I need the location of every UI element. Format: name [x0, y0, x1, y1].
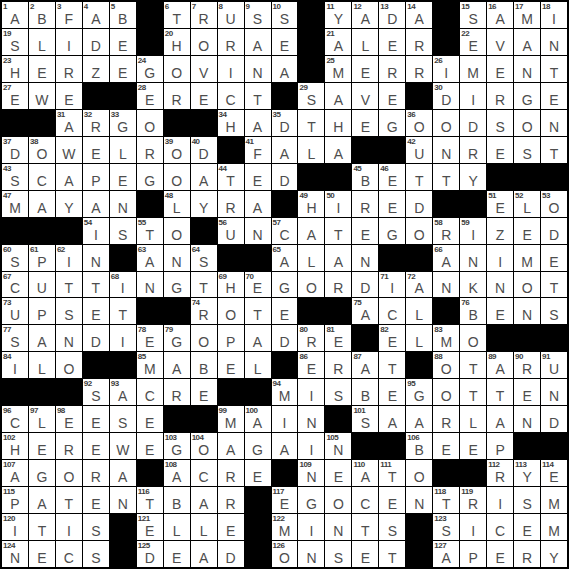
cell-r20c19[interactable]: C	[487, 514, 513, 540]
cell-r3c10[interactable]: N	[245, 56, 271, 82]
cell-r12c11[interactable]: E	[272, 298, 298, 324]
cell-r14c21[interactable]: 91U	[541, 352, 567, 378]
cell-r4c15[interactable]: E	[379, 83, 405, 109]
cell-r17c1[interactable]: 102H	[2, 433, 28, 459]
cell-r12c14[interactable]: 75A	[352, 298, 378, 324]
cell-r2c4[interactable]: D	[83, 29, 109, 55]
cell-r3c8[interactable]: V	[191, 56, 217, 82]
cell-r19c14[interactable]: C	[352, 487, 378, 513]
cell-r18c2[interactable]: G	[29, 460, 55, 486]
cell-r4c7[interactable]: R	[164, 83, 190, 109]
cell-r13c10[interactable]: A	[245, 325, 271, 351]
cell-r8c7[interactable]: 48L	[164, 191, 190, 217]
cell-r10c4[interactable]: N	[83, 245, 109, 271]
cell-r19c19[interactable]: I	[487, 487, 513, 513]
cell-r6c4[interactable]: E	[83, 137, 109, 163]
cell-r4c14[interactable]: V	[352, 83, 378, 109]
cell-r19c21[interactable]: M	[541, 487, 567, 513]
cell-r4c12[interactable]: 29S	[298, 83, 324, 109]
cell-r21c7[interactable]: E	[164, 541, 190, 567]
cell-r9c9[interactable]: 56U	[218, 218, 244, 244]
cell-r11c6[interactable]: N	[137, 272, 163, 298]
cell-r1c15[interactable]: 13D	[379, 2, 405, 28]
cell-r1c5[interactable]: 5B	[110, 2, 136, 28]
cell-r18c9[interactable]: R	[218, 460, 244, 486]
cell-r3c7[interactable]: O	[164, 56, 190, 82]
cell-r2c1[interactable]: 19S	[2, 29, 28, 55]
cell-r21c9[interactable]: D	[218, 541, 244, 567]
cell-r1c18[interactable]: 15S	[460, 2, 486, 28]
cell-r8c14[interactable]: R	[352, 191, 378, 217]
cell-r7c6[interactable]: G	[137, 164, 163, 190]
cell-r16c16[interactable]: A	[406, 406, 432, 432]
cell-r5c21[interactable]: N	[541, 110, 567, 136]
cell-r10c7[interactable]: N	[164, 245, 190, 271]
cell-r7c15[interactable]: 46E	[379, 164, 405, 190]
cell-r17c12[interactable]: I	[298, 433, 324, 459]
cell-r5c18[interactable]: D	[460, 110, 486, 136]
cell-r11c5[interactable]: 68I	[110, 272, 136, 298]
cell-r12c1[interactable]: 73U	[2, 298, 28, 324]
cell-r11c4[interactable]: T	[83, 272, 109, 298]
cell-r13c15[interactable]: 82E	[379, 325, 405, 351]
cell-r19c12[interactable]: G	[298, 487, 324, 513]
cell-r10c3[interactable]: 62I	[56, 245, 82, 271]
cell-r7c18[interactable]: Y	[460, 164, 486, 190]
cell-r19c15[interactable]: E	[379, 487, 405, 513]
cell-r17c18[interactable]: E	[460, 433, 486, 459]
cell-r7c7[interactable]: O	[164, 164, 190, 190]
cell-r9c13[interactable]: T	[325, 218, 351, 244]
cell-r19c2[interactable]: A	[29, 487, 55, 513]
cell-r10c8[interactable]: 64S	[191, 245, 217, 271]
cell-r20c18[interactable]: I	[460, 514, 486, 540]
cell-r2c13[interactable]: 21A	[325, 29, 351, 55]
cell-r18c15[interactable]: 111T	[379, 460, 405, 486]
cell-r19c9[interactable]: R	[218, 487, 244, 513]
cell-r9c17[interactable]: 58R	[433, 218, 459, 244]
cell-r7c11[interactable]: D	[272, 164, 298, 190]
cell-r14c9[interactable]: E	[218, 352, 244, 378]
cell-r5c13[interactable]: H	[325, 110, 351, 136]
cell-r14c18[interactable]: T	[460, 352, 486, 378]
cell-r5c11[interactable]: 35D	[272, 110, 298, 136]
cell-r11c16[interactable]: 72A	[406, 272, 432, 298]
cell-r3c9[interactable]: I	[218, 56, 244, 82]
cell-r15c19[interactable]: T	[487, 379, 513, 405]
cell-r14c8[interactable]: B	[191, 352, 217, 378]
cell-r2c8[interactable]: O	[191, 29, 217, 55]
cell-r13c5[interactable]: I	[110, 325, 136, 351]
cell-r6c19[interactable]: E	[487, 137, 513, 163]
cell-r2c2[interactable]: L	[29, 29, 55, 55]
cell-r6c20[interactable]: S	[514, 137, 540, 163]
cell-r13c2[interactable]: A	[29, 325, 55, 351]
cell-r16c1[interactable]: 96C	[2, 406, 28, 432]
cell-r19c20[interactable]: S	[514, 487, 540, 513]
cell-r10c19[interactable]: I	[487, 245, 513, 271]
cell-r21c1[interactable]: 124N	[2, 541, 28, 567]
cell-r2c11[interactable]: E	[272, 29, 298, 55]
cell-r6c7[interactable]: 39O	[164, 137, 190, 163]
cell-r18c21[interactable]: 114E	[541, 460, 567, 486]
cell-r15c18[interactable]: T	[460, 379, 486, 405]
cell-r1c21[interactable]: 18I	[541, 2, 567, 28]
cell-r17c11[interactable]: A	[272, 433, 298, 459]
cell-r16c9[interactable]: 99M	[218, 406, 244, 432]
cell-r12c19[interactable]: E	[487, 298, 513, 324]
cell-r21c6[interactable]: 125D	[137, 541, 163, 567]
cell-r9c16[interactable]: O	[406, 218, 432, 244]
cell-r16c15[interactable]: A	[379, 406, 405, 432]
cell-r3c6[interactable]: 24G	[137, 56, 163, 82]
cell-r13c1[interactable]: 77S	[2, 325, 28, 351]
cell-r8c21[interactable]: 53O	[541, 191, 567, 217]
cell-r15c5[interactable]: 93A	[110, 379, 136, 405]
cell-r13c9[interactable]: P	[218, 325, 244, 351]
cell-r6c11[interactable]: A	[272, 137, 298, 163]
cell-r21c12[interactable]: N	[298, 541, 324, 567]
cell-r16c10[interactable]: 100A	[245, 406, 271, 432]
cell-r13c12[interactable]: 80R	[298, 325, 324, 351]
cell-r21c19[interactable]: E	[487, 541, 513, 567]
cell-r20c13[interactable]: N	[325, 514, 351, 540]
cell-r5c5[interactable]: 33G	[110, 110, 136, 136]
cell-r10c1[interactable]: 60S	[2, 245, 28, 271]
cell-r16c3[interactable]: 98E	[56, 406, 82, 432]
cell-r3c2[interactable]: E	[29, 56, 55, 82]
cell-r20c6[interactable]: 121E	[137, 514, 163, 540]
cell-r14c20[interactable]: 90R	[514, 352, 540, 378]
cell-r13c17[interactable]: 83M	[433, 325, 459, 351]
cell-r18c1[interactable]: 107A	[2, 460, 28, 486]
cell-r20c20[interactable]: E	[514, 514, 540, 540]
cell-r13c13[interactable]: 81E	[325, 325, 351, 351]
cell-r19c1[interactable]: 115P	[2, 487, 28, 513]
cell-r7c5[interactable]: E	[110, 164, 136, 190]
cell-r19c5[interactable]: N	[110, 487, 136, 513]
cell-r12c2[interactable]: P	[29, 298, 55, 324]
cell-r4c21[interactable]: E	[541, 83, 567, 109]
cell-r11c9[interactable]: 69H	[218, 272, 244, 298]
cell-r14c14[interactable]: 87A	[352, 352, 378, 378]
cell-r18c19[interactable]: 112R	[487, 460, 513, 486]
cell-r2c14[interactable]: L	[352, 29, 378, 55]
cell-r3c20[interactable]: N	[514, 56, 540, 82]
cell-r1c10[interactable]: 9S	[245, 2, 271, 28]
cell-r2c9[interactable]: R	[218, 29, 244, 55]
cell-r2c18[interactable]: 22E	[460, 29, 486, 55]
cell-r12c3[interactable]: S	[56, 298, 82, 324]
cell-r2c15[interactable]: E	[379, 29, 405, 55]
cell-r17c3[interactable]: R	[56, 433, 82, 459]
cell-r21c17[interactable]: 127A	[433, 541, 459, 567]
cell-r2c10[interactable]: A	[245, 29, 271, 55]
cell-r17c6[interactable]: E	[137, 433, 163, 459]
cell-r8c15[interactable]: E	[379, 191, 405, 217]
cell-r13c4[interactable]: D	[83, 325, 109, 351]
cell-r5c16[interactable]: 36O	[406, 110, 432, 136]
cell-r6c10[interactable]: 41F	[245, 137, 271, 163]
cell-r17c16[interactable]: 106B	[406, 433, 432, 459]
cell-r14c17[interactable]: 88O	[433, 352, 459, 378]
cell-r16c18[interactable]: L	[460, 406, 486, 432]
cell-r3c21[interactable]: T	[541, 56, 567, 82]
cell-r4c8[interactable]: E	[191, 83, 217, 109]
cell-r2c3[interactable]: I	[56, 29, 82, 55]
cell-r19c16[interactable]: N	[406, 487, 432, 513]
cell-r5c9[interactable]: 34H	[218, 110, 244, 136]
cell-r21c20[interactable]: R	[514, 541, 540, 567]
cell-r18c3[interactable]: O	[56, 460, 82, 486]
cell-r21c13[interactable]: S	[325, 541, 351, 567]
cell-r3c14[interactable]: E	[352, 56, 378, 82]
cell-r1c11[interactable]: 10S	[272, 2, 298, 28]
cell-r4c3[interactable]: E	[56, 83, 82, 109]
cell-r8c20[interactable]: 52L	[514, 191, 540, 217]
cell-r3c13[interactable]: 25M	[325, 56, 351, 82]
cell-r11c13[interactable]: R	[325, 272, 351, 298]
cell-r15c20[interactable]: E	[514, 379, 540, 405]
cell-r21c15[interactable]: T	[379, 541, 405, 567]
cell-r15c21[interactable]: N	[541, 379, 567, 405]
cell-r20c7[interactable]: L	[164, 514, 190, 540]
cell-r7c4[interactable]: P	[83, 164, 109, 190]
cell-r8c9[interactable]: R	[218, 191, 244, 217]
cell-r12c4[interactable]: E	[83, 298, 109, 324]
cell-r5c4[interactable]: 32R	[83, 110, 109, 136]
cell-r9c5[interactable]: S	[110, 218, 136, 244]
cell-r9c7[interactable]: O	[164, 218, 190, 244]
cell-r8c19[interactable]: 51E	[487, 191, 513, 217]
cell-r21c14[interactable]: E	[352, 541, 378, 567]
cell-r4c2[interactable]: W	[29, 83, 55, 109]
cell-r4c6[interactable]: 28E	[137, 83, 163, 109]
cell-r15c15[interactable]: E	[379, 379, 405, 405]
cell-r6c8[interactable]: 40D	[191, 137, 217, 163]
cell-r9c15[interactable]: G	[379, 218, 405, 244]
cell-r11c1[interactable]: 67C	[2, 272, 28, 298]
cell-r7c1[interactable]: 43S	[2, 164, 28, 190]
cell-r4c19[interactable]: R	[487, 83, 513, 109]
cell-r2c16[interactable]: R	[406, 29, 432, 55]
cell-r13c8[interactable]: O	[191, 325, 217, 351]
cell-r16c20[interactable]: N	[514, 406, 540, 432]
cell-r20c3[interactable]: I	[56, 514, 82, 540]
cell-r6c17[interactable]: N	[433, 137, 459, 163]
cell-r20c15[interactable]: S	[379, 514, 405, 540]
cell-r15c11[interactable]: 94M	[272, 379, 298, 405]
cell-r8c10[interactable]: A	[245, 191, 271, 217]
cell-r14c2[interactable]: L	[29, 352, 55, 378]
cell-r9c19[interactable]: Z	[487, 218, 513, 244]
cell-r13c11[interactable]: D	[272, 325, 298, 351]
cell-r9c6[interactable]: 55T	[137, 218, 163, 244]
cell-r15c14[interactable]: B	[352, 379, 378, 405]
cell-r4c13[interactable]: A	[325, 83, 351, 109]
cell-r11c20[interactable]: O	[514, 272, 540, 298]
cell-r11c11[interactable]: G	[272, 272, 298, 298]
cell-r3c4[interactable]: Z	[83, 56, 109, 82]
cell-r10c17[interactable]: 66A	[433, 245, 459, 271]
cell-r10c21[interactable]: E	[541, 245, 567, 271]
cell-r20c2[interactable]: T	[29, 514, 55, 540]
cell-r16c5[interactable]: S	[110, 406, 136, 432]
cell-r19c7[interactable]: B	[164, 487, 190, 513]
cell-r19c17[interactable]: 118T	[433, 487, 459, 513]
cell-r6c1[interactable]: 37D	[2, 137, 28, 163]
cell-r1c8[interactable]: 7R	[191, 2, 217, 28]
cell-r13c3[interactable]: N	[56, 325, 82, 351]
cell-r20c17[interactable]: 123S	[433, 514, 459, 540]
cell-r6c5[interactable]: L	[110, 137, 136, 163]
cell-r21c18[interactable]: P	[460, 541, 486, 567]
cell-r11c7[interactable]: G	[164, 272, 190, 298]
cell-r9c12[interactable]: A	[298, 218, 324, 244]
cell-r7c14[interactable]: 45B	[352, 164, 378, 190]
cell-r3c1[interactable]: 23H	[2, 56, 28, 82]
cell-r10c6[interactable]: 63A	[137, 245, 163, 271]
cell-r21c3[interactable]: C	[56, 541, 82, 567]
cell-r1c2[interactable]: 2B	[29, 2, 55, 28]
cell-r7c2[interactable]: C	[29, 164, 55, 190]
cell-r6c13[interactable]: A	[325, 137, 351, 163]
cell-r2c20[interactable]: A	[514, 29, 540, 55]
cell-r12c20[interactable]: N	[514, 298, 540, 324]
cell-r18c10[interactable]: E	[245, 460, 271, 486]
cell-r19c6[interactable]: 116T	[137, 487, 163, 513]
cell-r1c7[interactable]: 6T	[164, 2, 190, 28]
cell-r11c15[interactable]: 71I	[379, 272, 405, 298]
cell-r9c18[interactable]: 59I	[460, 218, 486, 244]
cell-r16c4[interactable]: E	[83, 406, 109, 432]
cell-r16c2[interactable]: 97L	[29, 406, 55, 432]
cell-r20c21[interactable]: M	[541, 514, 567, 540]
cell-r18c13[interactable]: E	[325, 460, 351, 486]
cell-r1c3[interactable]: 3F	[56, 2, 82, 28]
cell-r1c4[interactable]: 4A	[83, 2, 109, 28]
cell-r17c9[interactable]: A	[218, 433, 244, 459]
cell-r15c7[interactable]: R	[164, 379, 190, 405]
cell-r11c14[interactable]: D	[352, 272, 378, 298]
cell-r19c13[interactable]: O	[325, 487, 351, 513]
cell-r15c13[interactable]: S	[325, 379, 351, 405]
cell-r10c2[interactable]: 61P	[29, 245, 55, 271]
cell-r20c12[interactable]: I	[298, 514, 324, 540]
cell-r4c9[interactable]: C	[218, 83, 244, 109]
cell-r17c10[interactable]: G	[245, 433, 271, 459]
cell-r7c16[interactable]: T	[406, 164, 432, 190]
cell-r3c15[interactable]: R	[379, 56, 405, 82]
cell-r18c7[interactable]: 108A	[164, 460, 190, 486]
cell-r4c10[interactable]: T	[245, 83, 271, 109]
cell-r14c7[interactable]: A	[164, 352, 190, 378]
cell-r3c11[interactable]: A	[272, 56, 298, 82]
cell-r19c18[interactable]: 119R	[460, 487, 486, 513]
cell-r14c19[interactable]: 89A	[487, 352, 513, 378]
cell-r19c8[interactable]: A	[191, 487, 217, 513]
cell-r12c10[interactable]: T	[245, 298, 271, 324]
cell-r12c9[interactable]: O	[218, 298, 244, 324]
cell-r9c4[interactable]: 54I	[83, 218, 109, 244]
cell-r10c18[interactable]: N	[460, 245, 486, 271]
cell-r9c21[interactable]: D	[541, 218, 567, 244]
cell-r15c4[interactable]: 92S	[83, 379, 109, 405]
cell-r21c21[interactable]: Y	[541, 541, 567, 567]
cell-r11c10[interactable]: 70E	[245, 272, 271, 298]
cell-r18c4[interactable]: R	[83, 460, 109, 486]
cell-r10c12[interactable]: L	[298, 245, 324, 271]
cell-r3c16[interactable]: R	[406, 56, 432, 82]
cell-r3c18[interactable]: M	[460, 56, 486, 82]
cell-r5c17[interactable]: O	[433, 110, 459, 136]
cell-r8c8[interactable]: Y	[191, 191, 217, 217]
cell-r9c11[interactable]: 57C	[272, 218, 298, 244]
cell-r15c16[interactable]: 95G	[406, 379, 432, 405]
cell-r6c6[interactable]: R	[137, 137, 163, 163]
cell-r5c3[interactable]: 31A	[56, 110, 82, 136]
cell-r12c15[interactable]: C	[379, 298, 405, 324]
cell-r21c2[interactable]: E	[29, 541, 55, 567]
cell-r9c20[interactable]: E	[514, 218, 540, 244]
cell-r19c11[interactable]: 117E	[272, 487, 298, 513]
cell-r19c3[interactable]: T	[56, 487, 82, 513]
cell-r21c11[interactable]: 126O	[272, 541, 298, 567]
cell-r6c2[interactable]: 38O	[29, 137, 55, 163]
cell-r10c11[interactable]: 65A	[272, 245, 298, 271]
cell-r6c16[interactable]: 42U	[406, 137, 432, 163]
cell-r19c4[interactable]: E	[83, 487, 109, 513]
cell-r8c1[interactable]: 47M	[2, 191, 28, 217]
cell-r14c10[interactable]: L	[245, 352, 271, 378]
cell-r13c16[interactable]: L	[406, 325, 432, 351]
cell-r5c12[interactable]: T	[298, 110, 324, 136]
cell-r5c14[interactable]: E	[352, 110, 378, 136]
cell-r1c19[interactable]: 16A	[487, 2, 513, 28]
cell-r14c12[interactable]: 86E	[298, 352, 324, 378]
cell-r7c3[interactable]: A	[56, 164, 82, 190]
cell-r10c14[interactable]: N	[352, 245, 378, 271]
cell-r13c18[interactable]: O	[460, 325, 486, 351]
cell-r17c8[interactable]: 104O	[191, 433, 217, 459]
cell-r3c5[interactable]: E	[110, 56, 136, 82]
cell-r8c16[interactable]: D	[406, 191, 432, 217]
cell-r20c4[interactable]: S	[83, 514, 109, 540]
cell-r17c19[interactable]: P	[487, 433, 513, 459]
cell-r1c20[interactable]: 17M	[514, 2, 540, 28]
cell-r8c2[interactable]: A	[29, 191, 55, 217]
cell-r17c4[interactable]: E	[83, 433, 109, 459]
cell-r17c2[interactable]: E	[29, 433, 55, 459]
cell-r20c9[interactable]: E	[218, 514, 244, 540]
cell-r17c13[interactable]: 105N	[325, 433, 351, 459]
cell-r18c14[interactable]: 110A	[352, 460, 378, 486]
cell-r5c19[interactable]: S	[487, 110, 513, 136]
cell-r9c10[interactable]: N	[245, 218, 271, 244]
cell-r6c12[interactable]: L	[298, 137, 324, 163]
cell-r8c13[interactable]: 50I	[325, 191, 351, 217]
cell-r12c5[interactable]: T	[110, 298, 136, 324]
cell-r1c13[interactable]: 11Y	[325, 2, 351, 28]
cell-r2c19[interactable]: V	[487, 29, 513, 55]
cell-r16c11[interactable]: I	[272, 406, 298, 432]
cell-r8c5[interactable]: N	[110, 191, 136, 217]
cell-r1c14[interactable]: 12A	[352, 2, 378, 28]
cell-r6c18[interactable]: R	[460, 137, 486, 163]
cell-r11c17[interactable]: N	[433, 272, 459, 298]
cell-r12c8[interactable]: 74R	[191, 298, 217, 324]
cell-r18c8[interactable]: C	[191, 460, 217, 486]
